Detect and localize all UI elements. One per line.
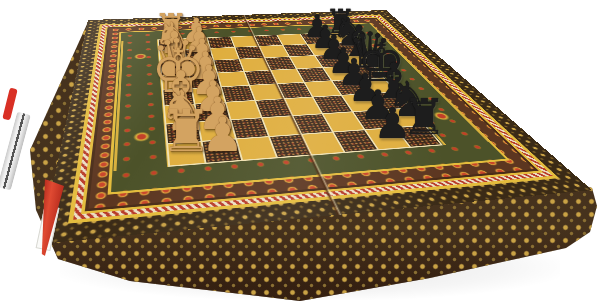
- board-square: [190, 73, 220, 88]
- board-square: [161, 62, 189, 76]
- board-square: [203, 139, 241, 162]
- board-square: [183, 38, 209, 49]
- board-square: [231, 118, 268, 138]
- red-pen: [0, 84, 80, 264]
- board-square: [196, 103, 229, 121]
- chessboard-photo-scene: Persian khatam marquetry folding chess b…: [0, 0, 600, 308]
- pen-barrel: [0, 112, 31, 191]
- board-square: [193, 87, 224, 103]
- board-square: [160, 50, 186, 62]
- board-square: [237, 137, 276, 160]
- board-square: [166, 122, 200, 143]
- board-square: [214, 59, 243, 72]
- board-square: [162, 75, 191, 90]
- pen-tip: [30, 179, 66, 258]
- board-square: [188, 60, 216, 73]
- board-square: [199, 120, 234, 140]
- board-square: [211, 48, 239, 60]
- board-square: [163, 89, 194, 106]
- board-square: [218, 72, 249, 87]
- board-square: [207, 37, 233, 48]
- board-square: [185, 49, 212, 61]
- board-square: [165, 105, 197, 124]
- board-square: [222, 86, 254, 102]
- board-square: [226, 101, 260, 119]
- board-square: [168, 142, 205, 166]
- board-square: [159, 39, 184, 50]
